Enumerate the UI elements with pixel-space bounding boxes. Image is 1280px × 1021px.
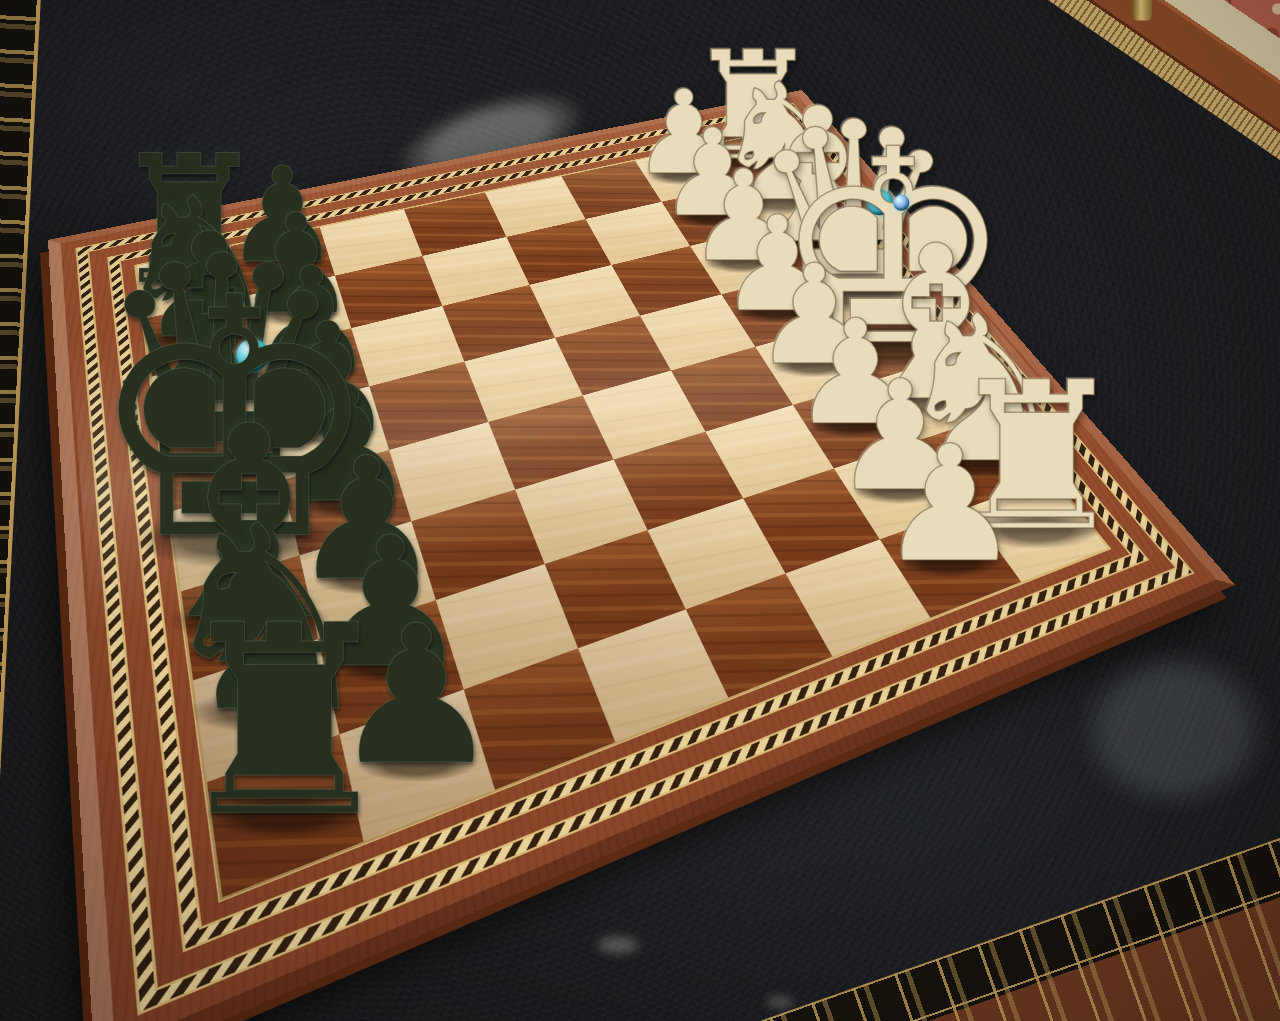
piece-white-pawn-h2[interactable]: ♟ xyxy=(878,425,1022,586)
piece-layer: ♜♟♞♟♝♟♟♜♛♟♟♞♚♟♟♝♝♟♟♞♛♟♟♜♚♟♟♝♟♞♟♜ xyxy=(0,0,1280,1021)
piece-black-rook-h8[interactable]: ♜ xyxy=(167,591,402,853)
scene: ♜♟♞♟♝♟♟♜♛♟♟♞♚♟♟♝♝♟♟♞♛♟♟♜♚♟♟♝♟♞♟♜ xyxy=(0,0,1280,1021)
